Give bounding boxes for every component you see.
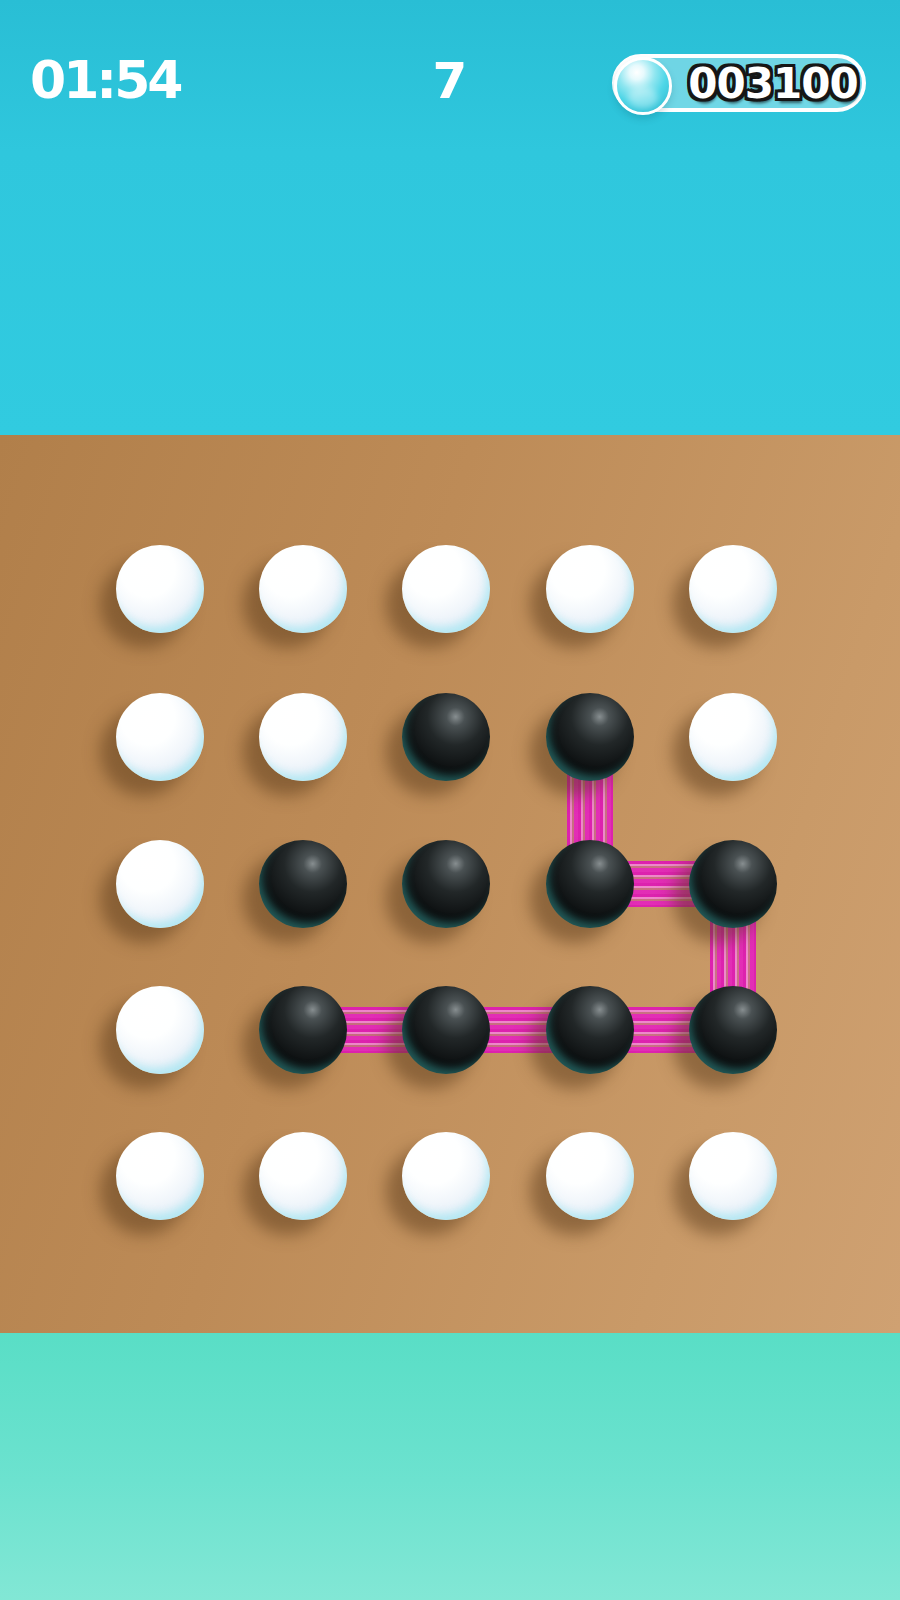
ball-r5c5-white[interactable] (689, 1132, 777, 1220)
ball-r4c2-black[interactable] (259, 986, 347, 1074)
ball-r3c1-white[interactable] (116, 840, 204, 928)
ball-r4c5-black[interactable] (689, 986, 777, 1074)
score-orb-icon (614, 57, 672, 115)
ball-r1c5-white[interactable] (689, 545, 777, 633)
game-screen: 01:54 7 003100 (0, 0, 900, 1600)
ball-r2c2-white[interactable] (259, 693, 347, 781)
score-value: 003100 (682, 58, 864, 108)
ball-r3c3-black[interactable] (402, 840, 490, 928)
ball-r3c5-black[interactable] (689, 840, 777, 928)
ball-r5c2-white[interactable] (259, 1132, 347, 1220)
ball-r1c1-white[interactable] (116, 545, 204, 633)
ball-r2c4-black[interactable] (546, 693, 634, 781)
ball-r3c4-black[interactable] (546, 840, 634, 928)
ball-r1c4-white[interactable] (546, 545, 634, 633)
ball-r4c1-white[interactable] (116, 986, 204, 1074)
ball-r1c2-white[interactable] (259, 545, 347, 633)
ball-r2c1-white[interactable] (116, 693, 204, 781)
bottom-background (0, 1333, 900, 1600)
ball-r5c3-white[interactable] (402, 1132, 490, 1220)
ball-r2c3-black[interactable] (402, 693, 490, 781)
ball-r4c3-black[interactable] (402, 986, 490, 1074)
ball-r5c1-white[interactable] (116, 1132, 204, 1220)
ball-r5c4-white[interactable] (546, 1132, 634, 1220)
ball-r4c4-black[interactable] (546, 986, 634, 1074)
ball-r2c5-white[interactable] (689, 693, 777, 781)
score-pill: 003100 (612, 54, 866, 112)
ball-r1c3-white[interactable] (402, 545, 490, 633)
ball-r3c2-black[interactable] (259, 840, 347, 928)
